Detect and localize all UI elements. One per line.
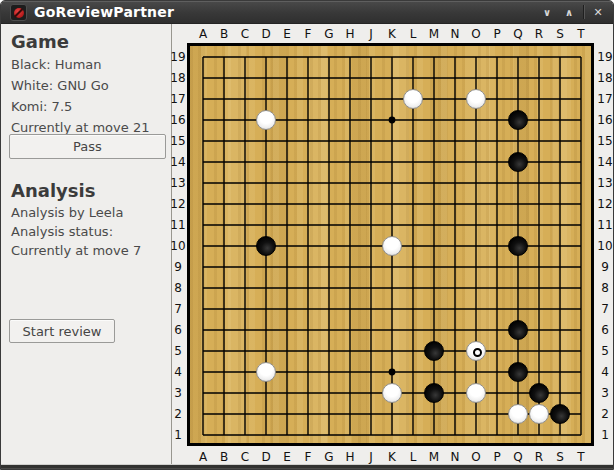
analysis-engine: Analysis by Leela (11, 205, 123, 220)
coord-label-bottom-A: A (199, 450, 207, 464)
coord-label-top-F: F (305, 27, 312, 41)
coord-label-top-M: M (429, 27, 439, 41)
coord-label-bottom-P: P (493, 450, 500, 464)
coord-label-bottom-K: K (388, 450, 396, 464)
coord-label-left-13: 13 (170, 176, 185, 190)
window-controls: ∨ ∧ ✕ (536, 1, 609, 23)
coord-label-top-C: C (241, 27, 249, 41)
board-canvas: AABBCCDDEEFFGGHHJJKKLLMMNNOOPPQQRRSSTT19… (171, 24, 613, 464)
coord-label-bottom-M: M (429, 450, 439, 464)
last-move-marker (473, 348, 482, 357)
coord-label-bottom-E: E (283, 450, 291, 464)
app-window: GoReviewPartner ∨ ∧ ✕ Game Black: Human … (0, 0, 614, 470)
controls-separator (583, 5, 584, 19)
coord-label-left-1: 1 (174, 428, 182, 442)
coord-label-right-17: 17 (597, 92, 612, 106)
coord-label-top-E: E (283, 27, 291, 41)
coord-label-left-10: 10 (170, 239, 185, 253)
stone-black-R3[interactable] (529, 383, 549, 403)
coord-label-right-11: 11 (597, 218, 612, 232)
coord-label-top-A: A (199, 27, 207, 41)
titlebar[interactable]: GoReviewPartner ∨ ∧ ✕ (1, 1, 613, 24)
coord-label-right-1: 1 (601, 428, 609, 442)
stone-black-Q4[interactable] (508, 362, 528, 382)
stone-white-D16[interactable] (256, 110, 276, 130)
stone-white-L17[interactable] (403, 89, 423, 109)
game-heading: Game (11, 31, 69, 52)
coord-label-left-12: 12 (170, 197, 185, 211)
stone-white-O5[interactable] (466, 341, 486, 361)
coord-label-top-N: N (451, 27, 460, 41)
stone-white-O17[interactable] (466, 89, 486, 109)
game-move-status: Currently at move 21 (11, 120, 149, 135)
coord-label-top-B: B (220, 27, 228, 41)
coord-label-right-10: 10 (597, 239, 612, 253)
coord-label-left-7: 7 (174, 302, 182, 316)
stone-white-Q2[interactable] (508, 404, 528, 424)
coord-label-right-3: 3 (601, 386, 609, 400)
coord-label-right-9: 9 (601, 260, 609, 274)
coord-label-left-8: 8 (174, 281, 182, 295)
coord-label-bottom-O: O (471, 450, 480, 464)
coord-label-bottom-Q: Q (513, 450, 522, 464)
coord-label-top-Q: Q (513, 27, 522, 41)
coord-label-left-14: 14 (170, 155, 185, 169)
sidebar: Game Black: Human White: GNU Go Komi: 7.… (1, 24, 171, 464)
coord-label-top-G: G (324, 27, 333, 41)
coord-label-bottom-J: J (369, 450, 373, 464)
coord-label-bottom-F: F (305, 450, 312, 464)
game-white-player: White: GNU Go (11, 78, 109, 93)
stone-black-Q10[interactable] (508, 236, 528, 256)
start-review-button[interactable]: Start review (9, 319, 115, 343)
coord-label-left-17: 17 (170, 92, 185, 106)
coord-label-bottom-N: N (451, 450, 460, 464)
stone-white-K10[interactable] (382, 236, 402, 256)
coord-label-top-T: T (577, 27, 584, 41)
close-icon[interactable]: ✕ (587, 2, 609, 22)
stone-black-S2[interactable] (550, 404, 570, 424)
stone-black-D10[interactable] (256, 236, 276, 256)
analysis-status-label: Analysis status: (11, 224, 113, 239)
game-komi: Komi: 7.5 (11, 99, 72, 114)
stone-white-R2[interactable] (529, 404, 549, 424)
analysis-heading: Analysis (11, 180, 95, 201)
coord-label-top-K: K (388, 27, 396, 41)
coord-label-top-S: S (556, 27, 564, 41)
coord-label-bottom-R: R (535, 450, 543, 464)
coord-label-right-12: 12 (597, 197, 612, 211)
coord-label-top-L: L (410, 27, 417, 41)
stone-black-M5[interactable] (424, 341, 444, 361)
coord-label-left-19: 19 (170, 50, 185, 64)
game-black-player: Black: Human (11, 57, 102, 72)
window-content: Game Black: Human White: GNU Go Komi: 7.… (1, 24, 613, 464)
coord-label-right-4: 4 (601, 365, 609, 379)
coord-label-top-J: J (369, 27, 373, 41)
coord-label-right-14: 14 (597, 155, 612, 169)
analysis-move-status: Currently at move 7 (11, 243, 141, 258)
coord-label-left-2: 2 (174, 407, 182, 421)
minimize-icon[interactable]: ∨ (536, 2, 558, 22)
coord-label-left-16: 16 (170, 113, 185, 127)
stone-black-Q14[interactable] (508, 152, 528, 172)
stone-black-Q16[interactable] (508, 110, 528, 130)
coord-label-bottom-G: G (324, 450, 333, 464)
maximize-icon[interactable]: ∧ (558, 2, 580, 22)
coord-label-bottom-S: S (556, 450, 564, 464)
coord-label-right-13: 13 (597, 176, 612, 190)
coord-label-top-H: H (345, 27, 354, 41)
coord-label-left-6: 6 (174, 323, 182, 337)
stone-white-D4[interactable] (256, 362, 276, 382)
coord-label-left-4: 4 (174, 365, 182, 379)
coord-label-bottom-D: D (261, 450, 270, 464)
coord-label-right-7: 7 (601, 302, 609, 316)
window-title: GoReviewPartner (34, 1, 174, 23)
coord-label-right-15: 15 (597, 134, 612, 148)
coord-label-left-18: 18 (170, 71, 185, 85)
coord-label-left-9: 9 (174, 260, 182, 274)
stone-black-M3[interactable] (424, 383, 444, 403)
pass-button[interactable]: Pass (9, 134, 166, 159)
coord-label-right-2: 2 (601, 407, 609, 421)
coord-label-top-P: P (493, 27, 500, 41)
coord-label-left-5: 5 (174, 344, 182, 358)
coord-label-bottom-C: C (241, 450, 249, 464)
stone-black-Q6[interactable] (508, 320, 528, 340)
coord-label-left-11: 11 (170, 218, 185, 232)
app-icon (10, 4, 27, 21)
coord-label-left-3: 3 (174, 386, 182, 400)
coord-label-right-18: 18 (597, 71, 612, 85)
coord-label-right-5: 5 (601, 344, 609, 358)
coord-label-right-8: 8 (601, 281, 609, 295)
stone-white-K3[interactable] (382, 383, 402, 403)
coord-label-bottom-H: H (345, 450, 354, 464)
coord-label-top-R: R (535, 27, 543, 41)
coord-label-right-16: 16 (597, 113, 612, 127)
coord-label-bottom-L: L (410, 450, 417, 464)
coord-label-right-6: 6 (601, 323, 609, 337)
coord-label-right-19: 19 (597, 50, 612, 64)
coord-label-top-O: O (471, 27, 480, 41)
coord-label-bottom-B: B (220, 450, 228, 464)
coord-label-top-D: D (261, 27, 270, 41)
coord-label-bottom-T: T (577, 450, 584, 464)
stone-white-O3[interactable] (466, 383, 486, 403)
coord-label-left-15: 15 (170, 134, 185, 148)
window-bottom-edge (1, 464, 613, 469)
